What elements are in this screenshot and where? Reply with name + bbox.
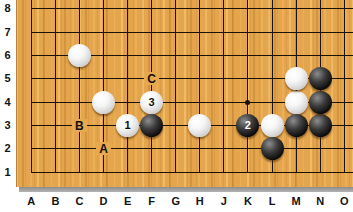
column-coordinate-L: L (264, 194, 280, 208)
grid-line-row-1 (31, 172, 353, 173)
row-coordinate-5: 5 (0, 72, 15, 86)
grid-line-col-A (31, 0, 32, 173)
black-stone-N5[interactable] (309, 67, 332, 90)
white-stone-C6[interactable] (68, 44, 91, 67)
column-coordinate-E: E (120, 194, 136, 208)
point-label-A-D2[interactable]: A (96, 142, 111, 155)
grid-line-col-B (55, 0, 56, 173)
white-stone-D4[interactable] (92, 91, 115, 114)
row-coordinate-6: 6 (0, 49, 15, 63)
grid-line-col-K (247, 0, 248, 173)
grid-line-row-7 (31, 32, 353, 33)
grid-line-col-F (151, 0, 152, 173)
column-coordinate-F: F (144, 194, 160, 208)
white-stone-M5[interactable] (285, 67, 308, 90)
column-coordinate-C: C (71, 194, 87, 208)
point-label-C-F5[interactable]: C (144, 72, 159, 85)
black-stone-M3[interactable] (285, 114, 308, 137)
grid-line-row-8 (31, 8, 353, 9)
row-coordinate-8: 8 (0, 2, 15, 16)
column-coordinate-K: K (240, 194, 256, 208)
row-coordinate-2: 2 (0, 142, 15, 156)
go-diagram: 87654321 ABCDEFGHJKLMNO 132ABC (0, 0, 353, 212)
grid-line-row-2 (31, 148, 353, 149)
column-coordinate-H: H (192, 194, 208, 208)
black-stone-L2[interactable] (261, 137, 284, 160)
column-coordinate-N: N (312, 194, 328, 208)
black-stone-N3[interactable] (309, 114, 332, 137)
white-stone-F4[interactable]: 3 (140, 91, 163, 114)
row-coordinate-1: 1 (0, 165, 15, 179)
row-coordinate-4: 4 (0, 95, 15, 109)
column-coordinate-G: G (168, 194, 184, 208)
white-stone-L3[interactable] (261, 114, 284, 137)
black-stone-N4[interactable] (309, 91, 332, 114)
column-coordinate-A: A (23, 194, 39, 208)
white-stone-M4[interactable] (285, 91, 308, 114)
column-coordinate-O: O (336, 194, 352, 208)
grid-line-col-H (199, 0, 200, 173)
column-coordinate-B: B (47, 194, 63, 208)
row-coordinate-3: 3 (0, 119, 15, 133)
grid-line-col-J (223, 0, 224, 173)
grid-line-col-C (79, 0, 80, 173)
row-coordinate-7: 7 (0, 25, 15, 39)
grid-line-col-O (344, 0, 345, 173)
board-edge-shadow (19, 187, 353, 192)
point-label-B-C3[interactable]: B (72, 119, 87, 132)
grid-line-col-E (127, 0, 128, 173)
column-coordinate-D: D (96, 194, 112, 208)
grid-line-col-G (175, 0, 176, 173)
column-coordinate-M: M (288, 194, 304, 208)
column-coordinate-J: J (216, 194, 232, 208)
